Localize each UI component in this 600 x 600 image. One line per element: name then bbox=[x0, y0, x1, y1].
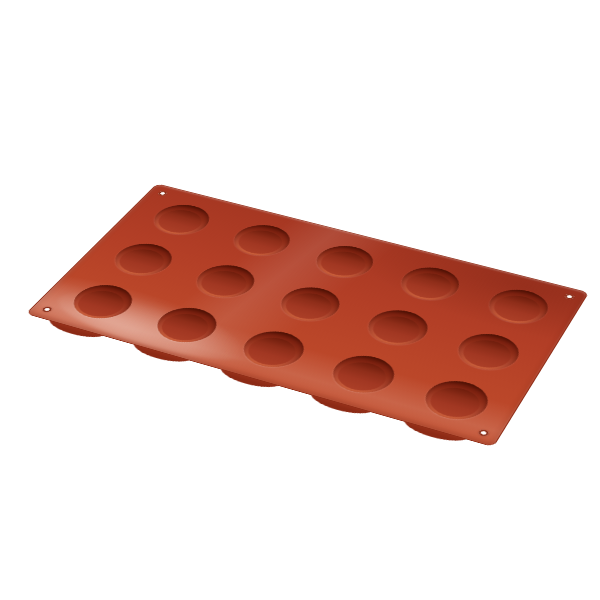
mold-cavity bbox=[359, 305, 436, 351]
mold-cavity bbox=[307, 241, 381, 283]
mold-cavity bbox=[105, 239, 182, 280]
mold-sheet bbox=[26, 183, 590, 447]
baking-mold bbox=[26, 183, 590, 447]
mold-cavity bbox=[416, 375, 497, 426]
hanging-hole bbox=[157, 191, 168, 197]
mold-cavity bbox=[449, 328, 527, 375]
mold-cavity bbox=[146, 302, 226, 348]
hanging-hole bbox=[41, 306, 53, 313]
mold-cavity bbox=[224, 220, 298, 260]
hanging-hole bbox=[564, 293, 575, 300]
mold-cavity bbox=[481, 284, 556, 328]
mold-cavity bbox=[233, 326, 313, 373]
mold-cavity bbox=[63, 280, 142, 324]
product-photo bbox=[0, 0, 600, 600]
mold-cavity bbox=[144, 200, 218, 239]
hanging-hole bbox=[477, 429, 490, 437]
mold-cavity bbox=[392, 262, 467, 305]
cavity-grid bbox=[157, 184, 588, 293]
mold-cavity bbox=[187, 260, 264, 303]
mold-cavity bbox=[271, 282, 348, 326]
mold-cavity bbox=[323, 350, 403, 399]
